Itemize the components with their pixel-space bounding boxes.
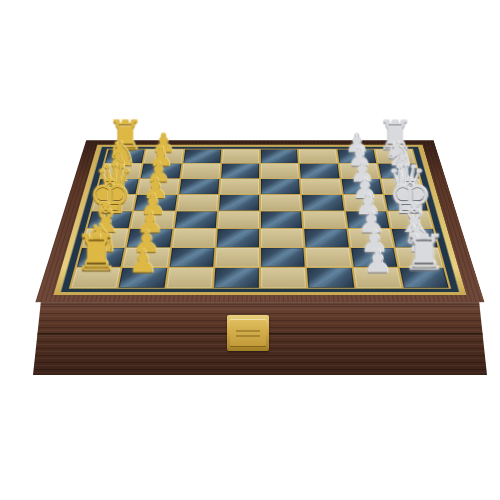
silver-rook-h8: ♜	[368, 228, 479, 278]
square-d5	[261, 195, 301, 211]
square-b5	[261, 164, 299, 178]
chess-board: ♜♟♟♜♞♟♟♞♝♟♟♝♛♟♟♛♚♟♟♚♝♟♟♝♞♟♟♞♜♟♟♜	[69, 149, 451, 289]
board-tilt: ♜♟♟♜♞♟♟♞♝♟♟♝♛♟♟♛♚♟♟♚♝♟♟♝♞♟♟♞♜♟♟♜	[35, 140, 484, 302]
square-h5	[261, 268, 306, 288]
chess-set-photo: ♜♟♟♜♞♟♟♞♝♟♟♝♛♟♟♛♚♟♟♚♝♟♟♝♞♟♟♞♜♟♟♜	[0, 0, 500, 500]
board-scene: ♜♟♟♜♞♟♟♞♝♟♟♝♛♟♟♛♚♟♟♚♝♟♟♝♞♟♟♞♜♟♟♜	[64, 15, 456, 407]
square-e5	[261, 211, 302, 228]
square-d4	[219, 195, 259, 211]
square-a4	[222, 149, 259, 163]
square-h4	[214, 268, 259, 288]
gold-pawn-h2: ♟	[88, 245, 199, 277]
square-e4	[218, 211, 259, 228]
square-g4	[215, 248, 259, 267]
square-h2: ♟	[119, 268, 167, 288]
square-a5	[261, 149, 298, 163]
square-h8: ♜	[399, 268, 448, 288]
square-g5	[261, 248, 305, 267]
square-b4	[221, 164, 259, 178]
